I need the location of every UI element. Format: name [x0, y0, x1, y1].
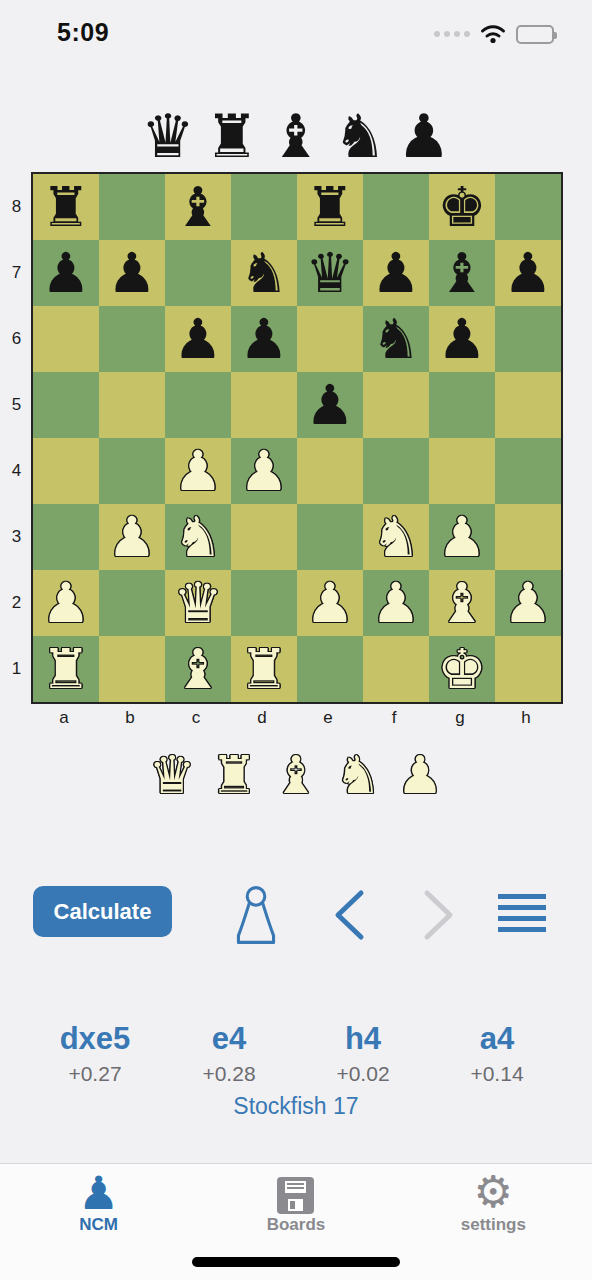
square-c7[interactable]	[165, 240, 231, 306]
move-san: a4	[430, 1020, 564, 1058]
square-d2[interactable]	[231, 570, 297, 636]
move-suggestion-3[interactable]: h4 +0.02	[296, 1020, 430, 1088]
square-g6[interactable]: ♟	[429, 306, 495, 372]
square-d8[interactable]	[231, 174, 297, 240]
square-a7[interactable]: ♟	[33, 240, 99, 306]
battery-icon	[516, 25, 554, 44]
tab-ncm[interactable]: ♟ NCM	[0, 1164, 197, 1280]
rank-label: 5	[2, 372, 31, 438]
white-queen[interactable]: ♛	[146, 749, 198, 801]
white-knight: ♞	[371, 504, 420, 570]
square-b1[interactable]	[99, 636, 165, 702]
black-bishop: ♝	[173, 174, 222, 240]
square-c1[interactable]: ♝	[165, 636, 231, 702]
file-label: h	[493, 708, 559, 728]
engine-label[interactable]: Stockfish 17	[0, 1093, 592, 1120]
gear-icon: ⚙	[474, 1170, 513, 1214]
white-pawn[interactable]: ♟	[394, 749, 446, 801]
rank-label: 3	[2, 504, 31, 570]
chess-board[interactable]: ♜♝♜♚♟♟♞♛♟♝♟♟♟♞♟♟♟♟♟♞♞♟♟♛♟♟♝♟♜♝♜♚	[31, 172, 563, 704]
floppy-disk-icon	[277, 1177, 314, 1214]
file-labels: abcdefgh	[31, 708, 559, 728]
square-f4[interactable]	[363, 438, 429, 504]
board-area: 87654321 ♜♝♜♚♟♟♞♛♟♝♟♟♟♞♟♟♟♟♟♞♞♟♟♛♟♟♝♟♜♝♜…	[2, 172, 563, 704]
rank-label: 1	[2, 636, 31, 702]
square-c2[interactable]: ♛	[165, 570, 231, 636]
move-suggestion-1[interactable]: dxe5 +0.27	[28, 1020, 162, 1088]
white-pawn: ♟	[107, 504, 156, 570]
home-indicator[interactable]	[192, 1257, 400, 1267]
square-h6[interactable]	[495, 306, 561, 372]
square-h2[interactable]: ♟	[495, 570, 561, 636]
previous-move-button[interactable]	[331, 889, 367, 941]
black-bishop: ♝	[437, 240, 486, 306]
white-knight: ♞	[173, 504, 222, 570]
file-label: e	[295, 708, 361, 728]
square-f3[interactable]: ♞	[363, 504, 429, 570]
black-king: ♚	[437, 174, 486, 240]
square-d6[interactable]: ♟	[231, 306, 297, 372]
square-a4[interactable]	[33, 438, 99, 504]
white-queen: ♛	[173, 570, 222, 636]
square-c5[interactable]	[165, 372, 231, 438]
white-bishop[interactable]: ♝	[270, 749, 322, 801]
square-b7[interactable]: ♟	[99, 240, 165, 306]
move-suggestions: dxe5 +0.27 e4 +0.28 h4 +0.02 a4 +0.14	[0, 1020, 592, 1088]
square-e5[interactable]: ♟	[297, 372, 363, 438]
square-g2[interactable]: ♝	[429, 570, 495, 636]
square-c3[interactable]: ♞	[165, 504, 231, 570]
square-e8[interactable]: ♜	[297, 174, 363, 240]
square-h5[interactable]	[495, 372, 561, 438]
rank-label: 2	[2, 570, 31, 636]
controls-row: Calculate	[0, 884, 592, 946]
square-e7[interactable]: ♛	[297, 240, 363, 306]
calculate-button[interactable]: Calculate	[33, 886, 172, 937]
square-a2[interactable]: ♟	[33, 570, 99, 636]
black-bishop[interactable]: ♝	[267, 106, 325, 166]
black-queen[interactable]: ♛	[139, 106, 197, 166]
move-eval: +0.14	[430, 1060, 564, 1088]
black-pawn: ♟	[503, 240, 552, 306]
square-h3[interactable]	[495, 504, 561, 570]
square-b6[interactable]	[99, 306, 165, 372]
square-e6[interactable]	[297, 306, 363, 372]
white-knight[interactable]: ♞	[332, 749, 384, 801]
rank-label: 7	[2, 240, 31, 306]
file-label: b	[97, 708, 163, 728]
square-b4[interactable]	[99, 438, 165, 504]
square-h7[interactable]: ♟	[495, 240, 561, 306]
black-pawn: ♟	[437, 306, 486, 372]
square-d7[interactable]: ♞	[231, 240, 297, 306]
move-san: dxe5	[28, 1020, 162, 1058]
square-d4[interactable]: ♟	[231, 438, 297, 504]
black-knight: ♞	[239, 240, 288, 306]
white-bishop: ♝	[437, 570, 486, 636]
white-rook: ♜	[41, 636, 90, 702]
square-f2[interactable]: ♟	[363, 570, 429, 636]
file-label: g	[427, 708, 493, 728]
rank-label: 4	[2, 438, 31, 504]
white-pawn: ♟	[239, 438, 288, 504]
rank-label: 8	[2, 174, 31, 240]
move-eval: +0.28	[162, 1060, 296, 1088]
black-pawn: ♟	[107, 240, 156, 306]
square-e4[interactable]	[297, 438, 363, 504]
white-bishop: ♝	[173, 636, 222, 702]
black-pawn: ♟	[305, 372, 354, 438]
black-queen: ♛	[305, 240, 354, 306]
move-san: e4	[162, 1020, 296, 1058]
square-b8[interactable]	[99, 174, 165, 240]
square-a6[interactable]	[33, 306, 99, 372]
white-king: ♚	[437, 636, 486, 702]
white-pawn: ♟	[41, 570, 90, 636]
square-g4[interactable]	[429, 438, 495, 504]
black-rook: ♜	[41, 174, 90, 240]
tab-settings[interactable]: ⚙ settings	[395, 1164, 592, 1280]
square-b2[interactable]	[99, 570, 165, 636]
black-pawn: ♟	[371, 240, 420, 306]
file-label: d	[229, 708, 295, 728]
white-pawn: ♟	[173, 438, 222, 504]
square-d1[interactable]: ♜	[231, 636, 297, 702]
square-b3[interactable]: ♟	[99, 504, 165, 570]
rank-label: 6	[2, 306, 31, 372]
black-pawn: ♟	[173, 306, 222, 372]
tab-label: settings	[461, 1215, 526, 1235]
tab-label: NCM	[79, 1215, 118, 1235]
wifi-icon	[480, 24, 506, 44]
square-a1[interactable]: ♜	[33, 636, 99, 702]
rank-labels: 87654321	[2, 172, 31, 704]
black-pawn: ♟	[239, 306, 288, 372]
black-rook[interactable]: ♜	[203, 106, 261, 166]
square-a8[interactable]: ♜	[33, 174, 99, 240]
white-pawn: ♟	[371, 570, 420, 636]
captured-white-tray: ♛♜♝♞♟	[0, 735, 592, 801]
menu-icon[interactable]	[498, 894, 546, 932]
square-f6[interactable]: ♞	[363, 306, 429, 372]
square-g3[interactable]: ♟	[429, 504, 495, 570]
status-bar: 5:09	[0, 0, 592, 60]
pawn-icon: ♟	[78, 1172, 119, 1214]
square-c8[interactable]: ♝	[165, 174, 231, 240]
black-pawn[interactable]: ♟	[395, 106, 453, 166]
clock-time: 5:09	[57, 18, 109, 47]
white-pawn-outline-icon[interactable]	[228, 884, 284, 946]
square-a3[interactable]	[33, 504, 99, 570]
square-f5[interactable]	[363, 372, 429, 438]
white-rook[interactable]: ♜	[208, 749, 260, 801]
white-pawn: ♟	[437, 504, 486, 570]
square-f7[interactable]: ♟	[363, 240, 429, 306]
square-e3[interactable]	[297, 504, 363, 570]
square-g8[interactable]: ♚	[429, 174, 495, 240]
square-d3[interactable]	[231, 504, 297, 570]
square-f1[interactable]	[363, 636, 429, 702]
black-knight[interactable]: ♞	[331, 106, 389, 166]
square-h4[interactable]	[495, 438, 561, 504]
move-san: h4	[296, 1020, 430, 1058]
black-rook: ♜	[305, 174, 354, 240]
file-label: c	[163, 708, 229, 728]
file-label: a	[31, 708, 97, 728]
file-label: f	[361, 708, 427, 728]
move-eval: +0.02	[296, 1060, 430, 1088]
square-g7[interactable]: ♝	[429, 240, 495, 306]
move-suggestion-2[interactable]: e4 +0.28	[162, 1020, 296, 1088]
square-e1[interactable]	[297, 636, 363, 702]
white-rook: ♜	[239, 636, 288, 702]
black-knight: ♞	[371, 306, 420, 372]
square-f8[interactable]	[363, 174, 429, 240]
square-a5[interactable]	[33, 372, 99, 438]
square-c4[interactable]: ♟	[165, 438, 231, 504]
square-d5[interactable]	[231, 372, 297, 438]
square-g1[interactable]: ♚	[429, 636, 495, 702]
square-b5[interactable]	[99, 372, 165, 438]
white-pawn: ♟	[503, 570, 552, 636]
white-pawn: ♟	[305, 570, 354, 636]
square-c6[interactable]: ♟	[165, 306, 231, 372]
square-e2[interactable]: ♟	[297, 570, 363, 636]
move-eval: +0.27	[28, 1060, 162, 1088]
next-move-button[interactable]	[421, 889, 457, 941]
square-h8[interactable]	[495, 174, 561, 240]
captured-black-tray: ♛♜♝♞♟	[0, 96, 592, 166]
square-h1[interactable]	[495, 636, 561, 702]
move-suggestion-4[interactable]: a4 +0.14	[430, 1020, 564, 1088]
tab-label: Boards	[267, 1215, 326, 1235]
square-g5[interactable]	[429, 372, 495, 438]
black-pawn: ♟	[41, 240, 90, 306]
cellular-signal-icon	[434, 31, 470, 37]
